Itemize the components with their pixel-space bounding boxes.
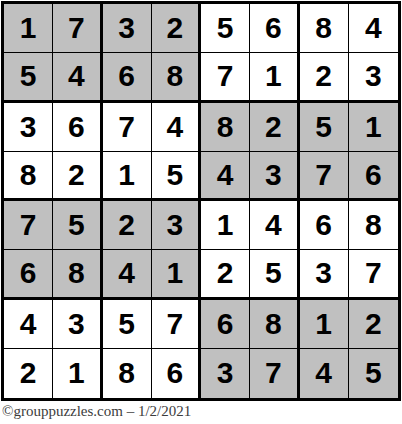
sudoku-cell-r1c7[interactable]: 8 <box>300 4 349 53</box>
sudoku-cell-r8c2[interactable]: 1 <box>53 349 102 398</box>
sudoku-cell-r6c7[interactable]: 3 <box>300 250 349 299</box>
sudoku-cell-r4c5[interactable]: 4 <box>201 152 250 201</box>
sudoku-cell-r2c8[interactable]: 3 <box>349 53 398 102</box>
sudoku-cell-r6c4[interactable]: 1 <box>152 250 201 299</box>
sudoku-cell-r1c2[interactable]: 7 <box>53 4 102 53</box>
sudoku-cell-r7c3[interactable]: 5 <box>103 300 152 349</box>
sudoku-cell-r2c5[interactable]: 7 <box>201 53 250 102</box>
sudoku-cell-r5c6[interactable]: 4 <box>250 201 299 250</box>
sudoku-cell-r6c1[interactable]: 6 <box>4 250 53 299</box>
sudoku-cell-r7c7[interactable]: 1 <box>300 300 349 349</box>
sudoku-cell-r3c1[interactable]: 3 <box>4 103 53 152</box>
sudoku-cell-r1c3[interactable]: 3 <box>103 4 152 53</box>
sudoku-cell-r5c3[interactable]: 2 <box>103 201 152 250</box>
sudoku-cell-r7c8[interactable]: 2 <box>349 300 398 349</box>
sudoku-cell-r1c4[interactable]: 2 <box>152 4 201 53</box>
sudoku-cell-r8c3[interactable]: 8 <box>103 349 152 398</box>
sudoku-cell-r5c4[interactable]: 3 <box>152 201 201 250</box>
sudoku-cell-r4c8[interactable]: 6 <box>349 152 398 201</box>
sudoku-cell-r1c5[interactable]: 5 <box>201 4 250 53</box>
sudoku-cell-r3c4[interactable]: 4 <box>152 103 201 152</box>
sudoku-cell-r5c2[interactable]: 5 <box>53 201 102 250</box>
sudoku-cell-r3c6[interactable]: 2 <box>250 103 299 152</box>
sudoku-cell-r8c7[interactable]: 4 <box>300 349 349 398</box>
sudoku-cell-r7c5[interactable]: 6 <box>201 300 250 349</box>
sudoku-cell-r1c6[interactable]: 6 <box>250 4 299 53</box>
sudoku-cell-r8c5[interactable]: 3 <box>201 349 250 398</box>
sudoku-cell-r8c4[interactable]: 6 <box>152 349 201 398</box>
sudoku-cell-r6c8[interactable]: 7 <box>349 250 398 299</box>
sudoku-cell-r2c4[interactable]: 8 <box>152 53 201 102</box>
sudoku-cell-r6c6[interactable]: 5 <box>250 250 299 299</box>
sudoku-cell-r4c2[interactable]: 2 <box>53 152 102 201</box>
sudoku-cell-r6c5[interactable]: 2 <box>201 250 250 299</box>
sudoku-cell-r7c2[interactable]: 3 <box>53 300 102 349</box>
sudoku-cell-r7c6[interactable]: 8 <box>250 300 299 349</box>
sudoku-cell-r4c4[interactable]: 5 <box>152 152 201 201</box>
sudoku-cell-r2c1[interactable]: 5 <box>4 53 53 102</box>
sudoku-cell-r6c2[interactable]: 8 <box>53 250 102 299</box>
footer-credit: ©grouppuzzles.com – 1/2/2021 <box>2 403 191 420</box>
sudoku-cell-r3c8[interactable]: 1 <box>349 103 398 152</box>
sudoku-cell-r8c1[interactable]: 2 <box>4 349 53 398</box>
sudoku-cell-r6c3[interactable]: 4 <box>103 250 152 299</box>
sudoku-cell-r5c8[interactable]: 8 <box>349 201 398 250</box>
sudoku-cell-r3c2[interactable]: 6 <box>53 103 102 152</box>
sudoku-cell-r7c4[interactable]: 7 <box>152 300 201 349</box>
sudoku-cell-r8c8[interactable]: 5 <box>349 349 398 398</box>
sudoku-cell-r1c8[interactable]: 4 <box>349 4 398 53</box>
sudoku-cell-r1c1[interactable]: 1 <box>4 4 53 53</box>
sudoku-cell-r2c2[interactable]: 4 <box>53 53 102 102</box>
sudoku-cell-r2c6[interactable]: 1 <box>250 53 299 102</box>
sudoku-cell-r8c6[interactable]: 7 <box>250 349 299 398</box>
sudoku-page: 1732568454687123367482518215437675231468… <box>0 0 402 424</box>
sudoku-cell-r4c3[interactable]: 1 <box>103 152 152 201</box>
sudoku-cell-r5c5[interactable]: 1 <box>201 201 250 250</box>
sudoku-cell-r4c6[interactable]: 3 <box>250 152 299 201</box>
sudoku-cell-r2c7[interactable]: 2 <box>300 53 349 102</box>
sudoku-cell-r5c1[interactable]: 7 <box>4 201 53 250</box>
sudoku-cell-r7c1[interactable]: 4 <box>4 300 53 349</box>
sudoku-cell-r3c3[interactable]: 7 <box>103 103 152 152</box>
sudoku-board: 1732568454687123367482518215437675231468… <box>1 1 401 401</box>
sudoku-cell-r3c7[interactable]: 5 <box>300 103 349 152</box>
sudoku-cell-r3c5[interactable]: 8 <box>201 103 250 152</box>
sudoku-cell-r2c3[interactable]: 6 <box>103 53 152 102</box>
sudoku-cell-r5c7[interactable]: 6 <box>300 201 349 250</box>
sudoku-cell-r4c1[interactable]: 8 <box>4 152 53 201</box>
sudoku-cell-r4c7[interactable]: 7 <box>300 152 349 201</box>
